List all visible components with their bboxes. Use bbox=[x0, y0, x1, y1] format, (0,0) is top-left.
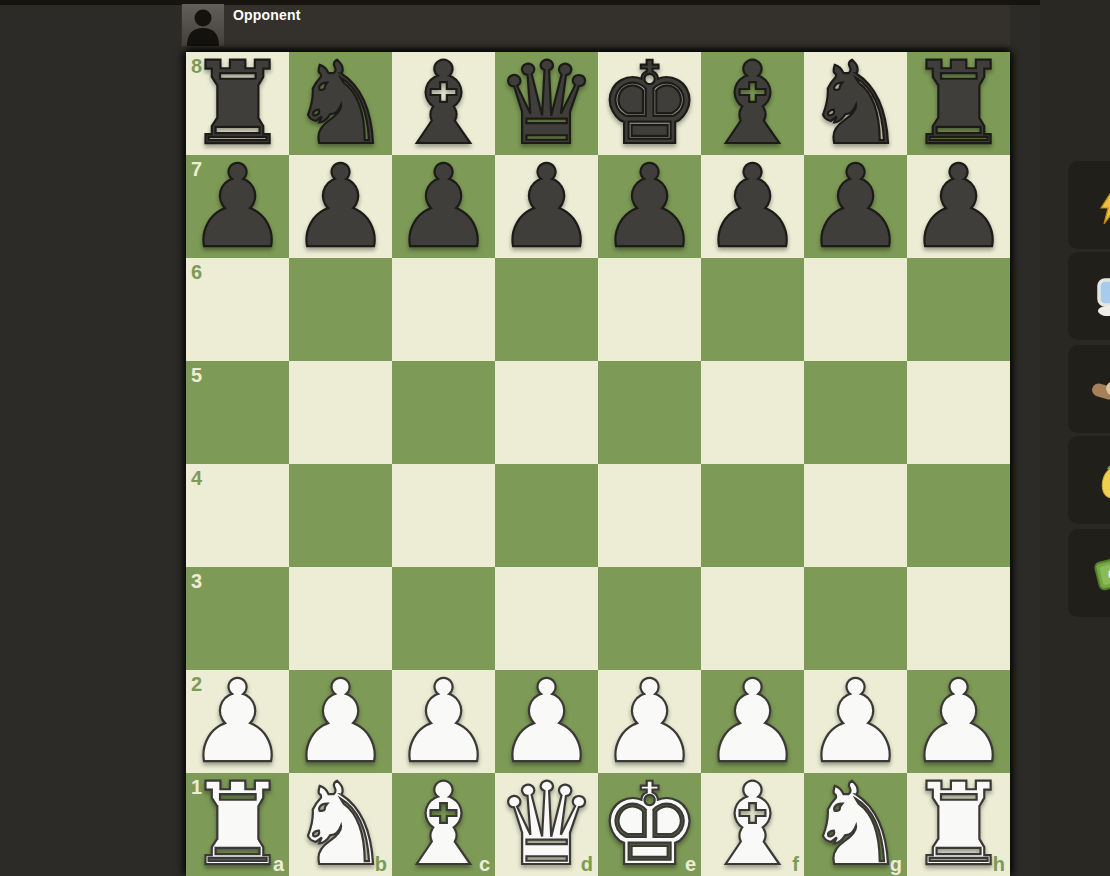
square-a4[interactable]: 4 bbox=[186, 464, 289, 567]
square-c1[interactable]: c♝ bbox=[392, 773, 495, 876]
chess-board: 8♜♞♝♛♚♝♞♜7♟♟♟♟♟♟♟♟65432♟♟♟♟♟♟♟♟1a♜b♞c♝d♛… bbox=[186, 52, 1010, 876]
square-h7[interactable]: ♟ bbox=[907, 155, 1010, 258]
white-bishop-c1[interactable]: ♝ bbox=[392, 773, 494, 876]
rank-label-3: 3 bbox=[191, 571, 202, 591]
white-bishop-f1[interactable]: ♝ bbox=[701, 773, 803, 876]
sidebar-button-chess-cube[interactable]: ♞ bbox=[1068, 529, 1110, 617]
square-d1[interactable]: d♛ bbox=[495, 773, 598, 876]
chess-cube-icon: ♞ bbox=[1092, 553, 1110, 593]
square-f4[interactable] bbox=[701, 464, 804, 567]
black-pawn-f7[interactable]: ♟ bbox=[701, 155, 803, 258]
square-a6[interactable]: 6 bbox=[186, 258, 289, 361]
square-c4[interactable] bbox=[392, 464, 495, 567]
black-pawn-h7[interactable]: ♟ bbox=[907, 155, 1009, 258]
square-f6[interactable] bbox=[701, 258, 804, 361]
square-h6[interactable] bbox=[907, 258, 1010, 361]
square-a1[interactable]: 1a♜ bbox=[186, 773, 289, 876]
square-b6[interactable] bbox=[289, 258, 392, 361]
computer-monitor-icon bbox=[1092, 276, 1110, 316]
square-h5[interactable] bbox=[907, 361, 1010, 464]
sidebar-button-computer-monitor[interactable] bbox=[1068, 252, 1110, 340]
black-pawn-g7[interactable]: ♟ bbox=[804, 155, 906, 258]
square-g4[interactable] bbox=[804, 464, 907, 567]
square-b5[interactable] bbox=[289, 361, 392, 464]
black-pawn-d7[interactable]: ♟ bbox=[495, 155, 597, 258]
black-pawn-a7[interactable]: ♟ bbox=[186, 155, 288, 258]
square-a5[interactable]: 5 bbox=[186, 361, 289, 464]
money-bag-icon bbox=[1092, 460, 1110, 500]
lightning-bolt-icon bbox=[1092, 185, 1110, 225]
square-a7[interactable]: 7♟ bbox=[186, 155, 289, 258]
rank-label-6: 6 bbox=[191, 262, 202, 282]
square-c5[interactable] bbox=[392, 361, 495, 464]
white-rook-h1[interactable]: ♜ bbox=[907, 773, 1009, 876]
sidebar-button-lightning-bolt[interactable] bbox=[1068, 161, 1110, 249]
black-pawn-e7[interactable]: ♟ bbox=[598, 155, 700, 258]
handshake-icon bbox=[1092, 369, 1110, 409]
square-d6[interactable] bbox=[495, 258, 598, 361]
square-e6[interactable] bbox=[598, 258, 701, 361]
square-g7[interactable]: ♟ bbox=[804, 155, 907, 258]
white-rook-a1[interactable]: ♜ bbox=[186, 773, 288, 876]
white-king-e1[interactable]: ♚ bbox=[598, 773, 700, 876]
square-f1[interactable]: f♝ bbox=[701, 773, 804, 876]
square-h4[interactable] bbox=[907, 464, 1010, 567]
square-d7[interactable]: ♟ bbox=[495, 155, 598, 258]
sidebar-button-money-bag[interactable] bbox=[1068, 436, 1110, 524]
square-e5[interactable] bbox=[598, 361, 701, 464]
square-f5[interactable] bbox=[701, 361, 804, 464]
square-g5[interactable] bbox=[804, 361, 907, 464]
square-g6[interactable] bbox=[804, 258, 907, 361]
square-e7[interactable]: ♟ bbox=[598, 155, 701, 258]
white-knight-g1[interactable]: ♞ bbox=[804, 773, 906, 876]
square-c7[interactable]: ♟ bbox=[392, 155, 495, 258]
sidebar-button-handshake[interactable] bbox=[1068, 345, 1110, 433]
white-knight-b1[interactable]: ♞ bbox=[289, 773, 391, 876]
square-c6[interactable] bbox=[392, 258, 495, 361]
square-e4[interactable] bbox=[598, 464, 701, 567]
black-pawn-b7[interactable]: ♟ bbox=[289, 155, 391, 258]
square-b4[interactable] bbox=[289, 464, 392, 567]
square-b7[interactable]: ♟ bbox=[289, 155, 392, 258]
square-d5[interactable] bbox=[495, 361, 598, 464]
rank-label-4: 4 bbox=[191, 468, 202, 488]
rank-label-5: 5 bbox=[191, 365, 202, 385]
black-pawn-c7[interactable]: ♟ bbox=[392, 155, 494, 258]
square-b1[interactable]: b♞ bbox=[289, 773, 392, 876]
square-e1[interactable]: e♚ bbox=[598, 773, 701, 876]
square-h1[interactable]: h♜ bbox=[907, 773, 1010, 876]
square-d4[interactable] bbox=[495, 464, 598, 567]
square-g1[interactable]: g♞ bbox=[804, 773, 907, 876]
white-queen-d1[interactable]: ♛ bbox=[495, 773, 597, 876]
square-f7[interactable]: ♟ bbox=[701, 155, 804, 258]
opponent-name: Opponent bbox=[233, 7, 301, 23]
